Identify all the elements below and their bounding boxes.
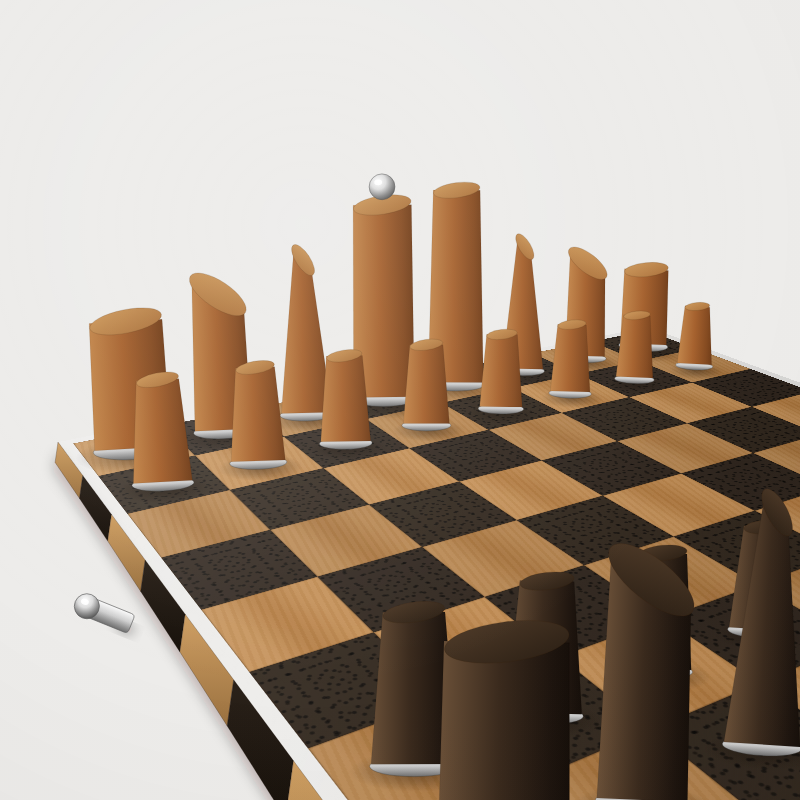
- king-ball-finial: [369, 174, 395, 200]
- piece-body: [437, 641, 572, 800]
- piece-body: [319, 355, 370, 441]
- piece-body: [228, 367, 285, 462]
- piece-body: [128, 378, 192, 483]
- piece-body: [550, 324, 591, 392]
- piece-body: [480, 334, 524, 407]
- piece-body: [403, 345, 449, 424]
- piece-body: [677, 306, 714, 365]
- pin-dome-head: [71, 590, 104, 623]
- metal-pin[interactable]: [71, 590, 142, 638]
- chess-set-photo: [0, 0, 800, 800]
